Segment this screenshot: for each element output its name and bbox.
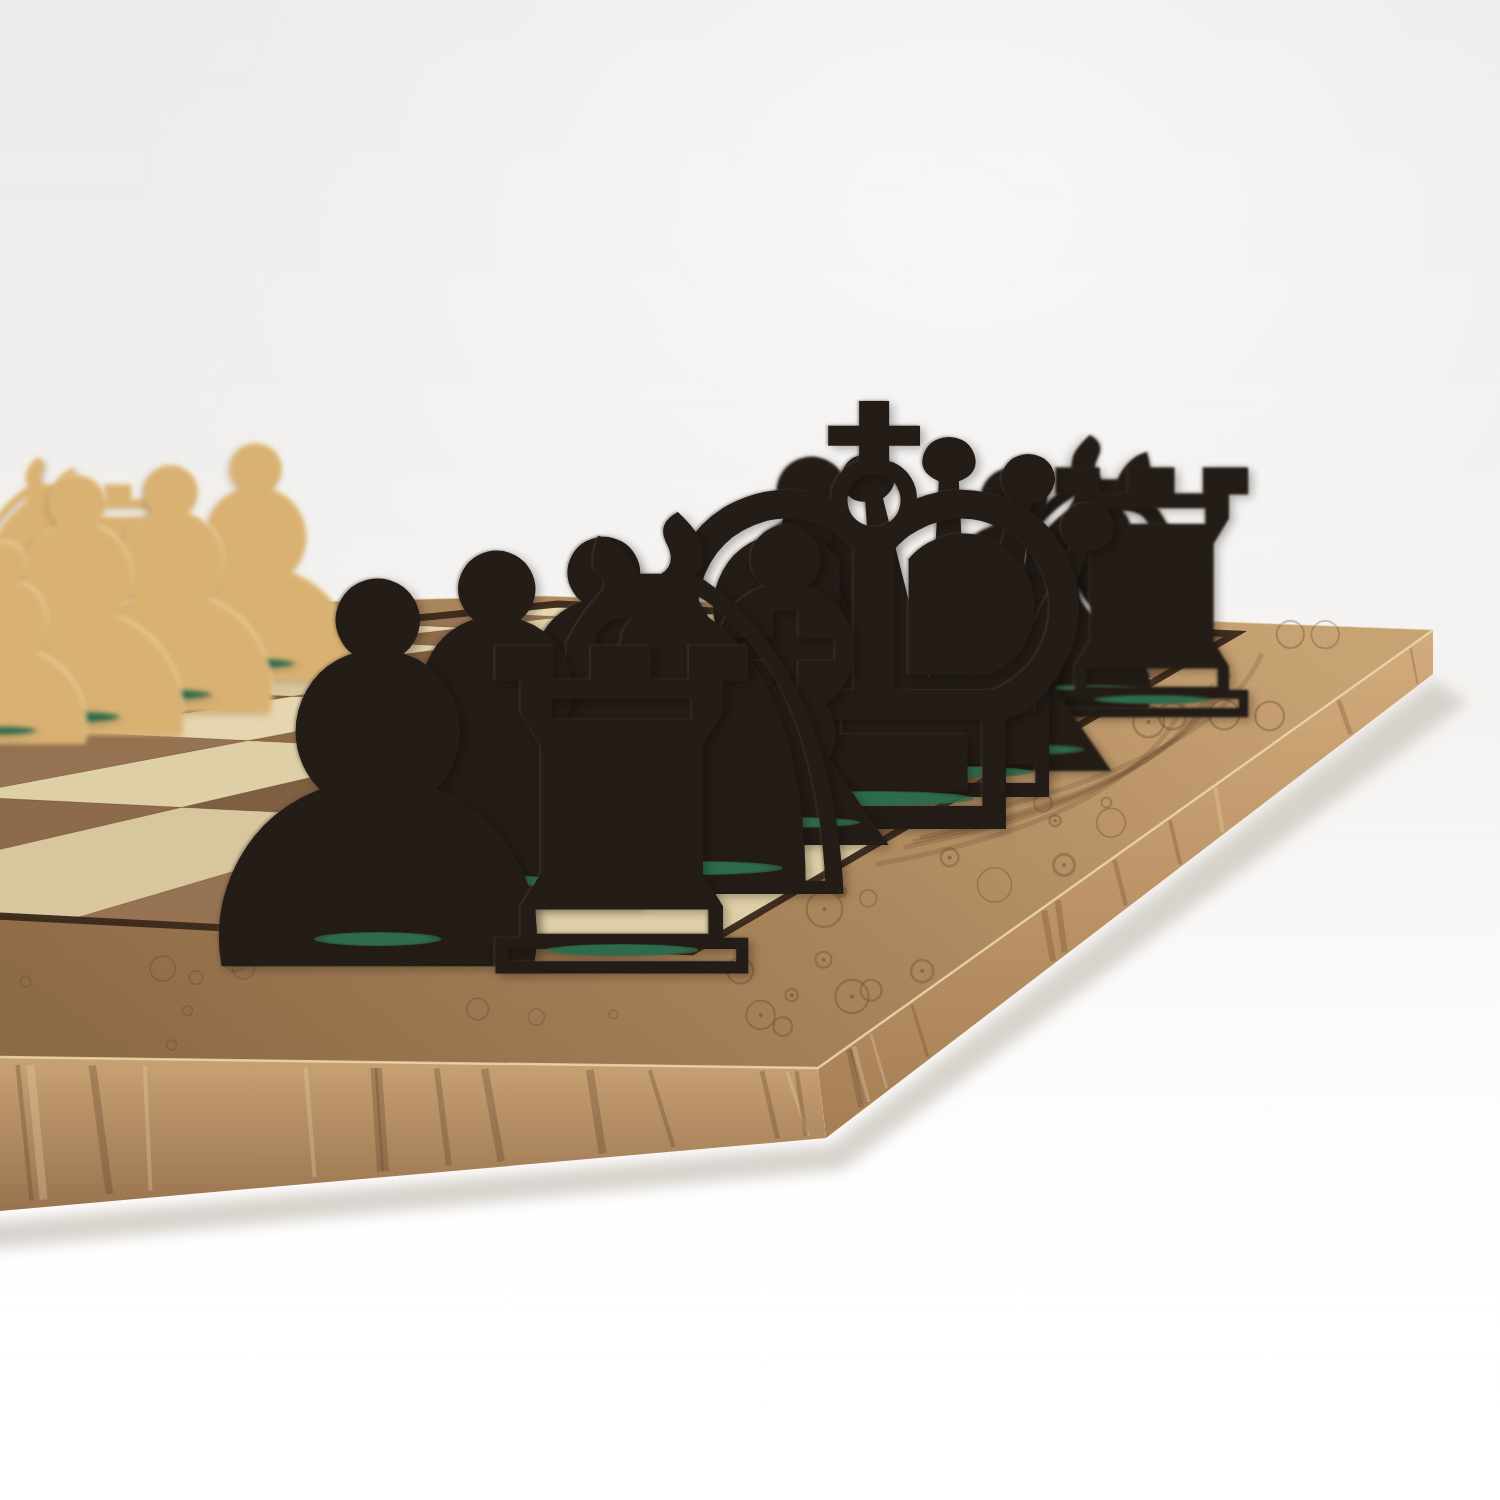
pieces-layer: ♟ ♟ ♟ ♜ ♞ ♝ ♟ ♚ ♛ ♝ ♞ ♜ ♟ ♞ ♜ ♟ ♟ ♟ bbox=[0, 0, 1500, 1500]
black-rook-h8[interactable]: ♜ bbox=[421, 593, 824, 1042]
chess-set-photo: ♟ ♟ ♟ ♜ ♞ ♝ ♟ ♚ ♛ ♝ ♞ ♜ ♟ ♞ ♜ ♟ ♟ ♟ bbox=[0, 0, 1500, 1500]
white-pawn-h2[interactable]: ♟ bbox=[0, 511, 128, 787]
